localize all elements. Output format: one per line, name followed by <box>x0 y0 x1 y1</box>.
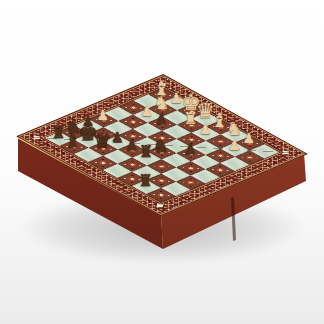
photo-background: ♜♞♟♝♚♛♟♟♜♞♟♟♜♟♝♟♞♟♚♜♛♟♝♞♟♟ <box>0 0 324 324</box>
corner-ornament <box>154 203 167 209</box>
corner-ornament <box>156 81 169 87</box>
corner-ornament <box>279 150 292 156</box>
corner-ornament <box>30 135 43 141</box>
